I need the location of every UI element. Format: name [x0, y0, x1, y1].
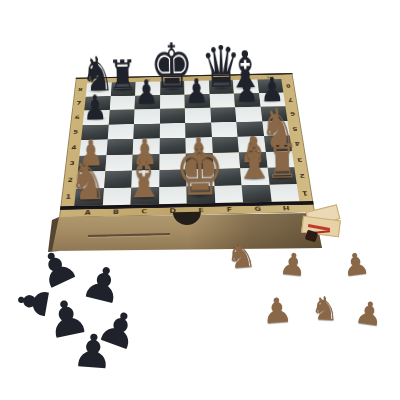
square-f7	[209, 93, 235, 107]
square-d6	[160, 108, 186, 123]
black-pawn: ♟	[83, 94, 108, 122]
coord-label-d: D	[160, 77, 184, 82]
white-bishop: ♝	[234, 135, 275, 181]
square-g1	[242, 184, 272, 202]
coord-label-b: B	[111, 78, 135, 83]
square-e7: ♟	[185, 94, 210, 108]
white-king: ♚	[175, 143, 226, 200]
coord-label-1: 1	[297, 184, 313, 202]
board-scene: ABCDEFGH ♞♜♚♛♝♟♟♟♟♟♞♟♟♟♟♝♜♞♝♚ ABCDEFGH 8…	[0, 0, 400, 400]
square-d8: ♚	[160, 81, 185, 95]
square-c1: ♝	[130, 187, 158, 205]
sticker	[299, 204, 345, 246]
coord-label-h: H	[257, 75, 282, 80]
square-b6	[108, 109, 134, 124]
coord-label-a: A	[87, 78, 112, 83]
square-b5	[107, 124, 134, 140]
coord-label-c: C	[136, 77, 160, 82]
coord-label-2: 2	[294, 167, 310, 184]
product-photo: ABCDEFGH ♞♜♚♛♝♟♟♟♟♟♞♟♟♟♟♝♜♞♝♚ ABCDEFGH 8…	[0, 0, 400, 400]
black-pawn: ♟	[235, 77, 259, 104]
square-h1	[269, 184, 299, 202]
coord-label-3: 3	[292, 151, 308, 167]
square-b8: ♜	[110, 82, 135, 96]
black-rook: ♜	[108, 59, 138, 93]
coord-label-7: 7	[283, 92, 297, 106]
square-d7	[160, 94, 185, 108]
square-c7: ♟	[135, 95, 160, 109]
coord-label-5: 5	[287, 120, 302, 135]
white-bishop: ♝	[123, 154, 165, 201]
square-e6	[185, 108, 211, 123]
chess-board: ABCDEFGH ♞♜♚♛♝♟♟♟♟♟♞♟♟♟♟♝♜♞♝♚ ABCDEFGH 8…	[59, 73, 315, 218]
white-knight: ♞	[69, 158, 108, 202]
square-g7: ♟	[234, 93, 260, 107]
square-g2: ♝	[240, 168, 269, 185]
square-g6	[235, 107, 262, 122]
coord-label-6: 6	[285, 106, 300, 121]
coord-label-f: F	[208, 76, 232, 81]
sticker-dark-blob	[305, 230, 319, 243]
coord-label-g: G	[232, 75, 257, 80]
black-pawn: ♟	[135, 79, 159, 106]
coord-label-8: 8	[281, 79, 295, 93]
black-pawn: ♟	[185, 78, 209, 105]
board-grid: ♞♜♚♛♝♟♟♟♟♟♞♟♟♟♟♝♜♞♝♚	[74, 79, 299, 206]
coord-label-e: E	[184, 76, 208, 81]
square-e1: ♚	[186, 186, 214, 204]
square-a1: ♞	[74, 188, 103, 206]
coord-label-4: 4	[290, 135, 305, 151]
square-b7	[109, 95, 135, 109]
square-a6: ♟	[83, 110, 110, 125]
